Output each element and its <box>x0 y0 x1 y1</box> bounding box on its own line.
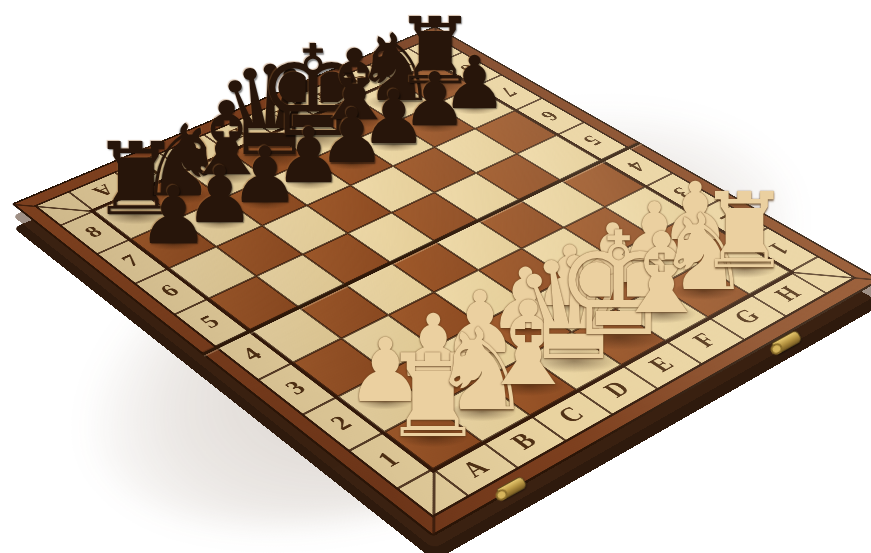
piece-black-pawn-h7[interactable]: ♟ <box>442 46 507 119</box>
piece-white-rook-h1[interactable]: ♜ <box>698 179 792 283</box>
chess-set-photo: AA88BB77CC66DD55EE44FF33GG22HH11 ♜♞♝♛♚♝♞… <box>0 0 871 553</box>
corner-mitre-line <box>432 469 435 535</box>
